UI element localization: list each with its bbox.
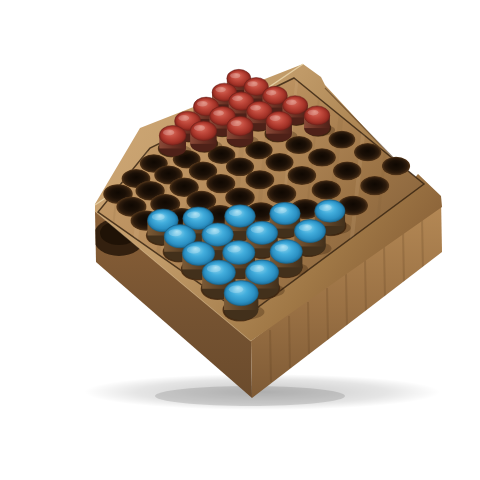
peg-gloss	[232, 96, 243, 102]
peg-gloss	[247, 81, 257, 86]
red-peg-top	[304, 106, 330, 125]
peg-gloss	[286, 99, 297, 105]
peg-gloss	[178, 115, 189, 121]
side-grain-line	[422, 218, 423, 270]
peg-gloss	[270, 115, 281, 121]
peg-gloss	[163, 129, 174, 135]
peg-gloss	[215, 87, 225, 92]
peg-gloss	[230, 73, 240, 78]
side-grain-line	[346, 274, 347, 326]
peg-gloss	[266, 90, 276, 95]
product-photo: Wooden travel peg board game (checkers /…	[0, 0, 480, 480]
peg-gloss	[250, 105, 261, 111]
peg-gloss	[197, 101, 208, 107]
side-grain-line	[270, 330, 271, 382]
side-grain-line	[365, 260, 366, 312]
side-grain-line	[308, 302, 309, 354]
side-grain-line	[289, 316, 290, 368]
side-grain-line	[327, 288, 328, 340]
side-grain-line	[384, 246, 385, 298]
peg-gloss	[308, 110, 319, 116]
side-grain-line	[403, 232, 404, 284]
red-peg-top	[282, 96, 307, 115]
